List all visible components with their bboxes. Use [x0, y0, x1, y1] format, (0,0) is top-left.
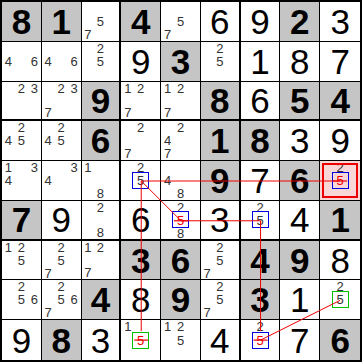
cell-r3c7[interactable]: 6 [241, 82, 281, 122]
candidate-8: 8 [94, 226, 107, 239]
candidate-5: 5 [55, 254, 68, 267]
candidates: 48 [161, 161, 200, 200]
candidate-2: 2 [174, 320, 187, 333]
solved-digit: 8 [121, 280, 160, 319]
solved-digit: 9 [42, 201, 81, 239]
candidate-5: 5 [174, 214, 187, 227]
candidate-7: 7 [42, 267, 55, 280]
given-digit: 8 [241, 121, 280, 160]
solved-digit: 3 [320, 2, 360, 41]
cell-r5c4[interactable]: 25 [121, 161, 161, 201]
candidates: 34 [42, 161, 81, 200]
cell-r5c1[interactable]: 134 [2, 161, 42, 201]
candidate-2: 2 [213, 42, 226, 55]
cell-r3c8[interactable]: 5 [280, 82, 320, 122]
candidates: 257 [201, 280, 239, 319]
cell-r9c7[interactable]: 25 [241, 320, 281, 360]
cell-r3c4[interactable]: 127 [121, 82, 161, 122]
cell-r7c8[interactable]: 9 [280, 241, 320, 281]
given-digit: 1 [42, 2, 81, 41]
candidate-1: 1 [161, 320, 174, 333]
candidate-2: 2 [134, 121, 147, 134]
cell-r8c6[interactable]: 257 [201, 280, 241, 320]
given-digit: 6 [161, 241, 200, 280]
candidate-5: 5 [174, 333, 187, 346]
candidate-6: 6 [28, 55, 41, 68]
candidate-5: 5 [174, 15, 187, 28]
cell-r5c5[interactable]: 48 [161, 161, 201, 201]
candidates: 237 [42, 82, 81, 120]
cell-r4c1[interactable]: 245 [2, 121, 42, 161]
candidate-5: 5 [254, 214, 267, 227]
cell-r4c7[interactable]: 8 [241, 121, 281, 161]
candidate-1: 1 [82, 241, 95, 254]
cell-r6c3[interactable]: 28 [82, 201, 122, 241]
candidates: 25 [82, 42, 120, 81]
candidate-7: 7 [161, 28, 174, 41]
solved-digit: 8 [280, 42, 319, 81]
cell-r8c5[interactable]: 9 [161, 280, 201, 320]
solved-digit: 3 [82, 320, 120, 360]
cell-r5c9[interactable]: 25 [320, 161, 360, 201]
candidate-4: 4 [42, 134, 55, 147]
candidate-5: 5 [213, 293, 226, 306]
candidate-2: 2 [15, 82, 28, 95]
candidates: 25 [241, 201, 280, 239]
candidate-3: 3 [28, 161, 41, 174]
solved-digit: 3 [280, 121, 319, 160]
candidates: 257 [201, 241, 239, 280]
candidate-8: 8 [174, 187, 187, 200]
candidate-2: 2 [174, 201, 187, 214]
cell-r2c1[interactable]: 46 [2, 42, 42, 82]
cell-r6c8[interactable]: 4 [280, 201, 320, 241]
cell-r7c2[interactable]: 257 [42, 241, 82, 281]
candidate-4: 4 [2, 134, 15, 147]
given-digit: 1 [201, 121, 239, 160]
candidate-3: 3 [68, 82, 81, 95]
candidate-7: 7 [121, 147, 134, 160]
given-digit: 6 [280, 161, 319, 200]
candidate-5: 5 [94, 15, 107, 28]
cell-r9c6[interactable]: 4 [201, 320, 241, 360]
solved-digit: 7 [320, 42, 360, 81]
candidate-2: 2 [94, 201, 107, 214]
cell-r1c5[interactable]: 57 [161, 2, 201, 42]
candidates: 256 [2, 280, 41, 319]
candidate-3: 3 [28, 82, 41, 95]
candidate-5: 5 [213, 254, 226, 267]
cell-r7c6[interactable]: 257 [201, 241, 241, 281]
candidates: 57 [161, 2, 200, 41]
candidates: 25 [320, 161, 360, 200]
candidate-6: 6 [68, 55, 81, 68]
given-digit: 6 [320, 320, 360, 360]
given-digit: 6 [82, 121, 120, 160]
cell-r2c2[interactable]: 46 [42, 42, 82, 82]
cell-r1c7[interactable]: 9 [241, 2, 281, 42]
candidate-1: 1 [2, 241, 15, 254]
cell-r7c4[interactable]: 3 [121, 241, 161, 281]
cell-r6c2[interactable]: 9 [42, 201, 82, 241]
cell-r2c7[interactable]: 1 [241, 42, 281, 82]
solved-digit: 3 [201, 201, 239, 239]
candidate-7: 7 [161, 147, 174, 160]
candidates: 15 [121, 320, 160, 360]
cell-r9c4[interactable]: 15 [121, 320, 161, 360]
cell-r6c9[interactable]: 1 [320, 201, 360, 241]
cell-r2c6[interactable]: 25 [201, 42, 241, 82]
given-digit: 3 [241, 280, 280, 319]
candidates: 245 [42, 121, 81, 160]
given-digit: 4 [241, 241, 280, 280]
candidate-4: 4 [42, 55, 55, 68]
cell-r5c8[interactable]: 6 [280, 161, 320, 201]
cell-r7c3[interactable]: 127 [82, 241, 122, 281]
candidate-5: 5 [55, 293, 68, 306]
cell-r4c2[interactable]: 245 [42, 121, 82, 161]
cell-r4c3[interactable]: 6 [82, 121, 122, 161]
cell-r1c4[interactable]: 4 [121, 2, 161, 42]
given-digit: 4 [82, 280, 120, 319]
given-digit: 8 [201, 82, 239, 120]
candidate-2: 2 [94, 241, 107, 254]
candidate-4: 4 [42, 174, 55, 187]
given-digit: 3 [161, 42, 200, 81]
cell-r3c5[interactable]: 127 [161, 82, 201, 122]
cell-r8c7[interactable]: 3 [241, 280, 281, 320]
cell-r9c3[interactable]: 3 [82, 320, 122, 360]
candidate-1: 1 [161, 82, 174, 95]
cell-r8c4[interactable]: 8 [121, 280, 161, 320]
candidates: 18 [82, 161, 120, 200]
solved-digit: 1 [241, 42, 280, 81]
solved-digit: 7 [280, 320, 319, 360]
candidates: 25 [201, 42, 239, 81]
cell-r6c1[interactable]: 7 [2, 201, 42, 241]
cell-r1c8[interactable]: 2 [280, 2, 320, 42]
candidates: 127 [161, 82, 200, 120]
candidate-2: 2 [94, 42, 107, 55]
candidate-2: 2 [55, 241, 68, 254]
cell-r5c7[interactable]: 7 [241, 161, 281, 201]
candidate-6: 6 [28, 293, 41, 306]
candidates: 134 [2, 161, 41, 200]
candidate-7: 7 [161, 106, 174, 119]
sudoku-grid: 8157457692346462593251872323791271278654… [2, 2, 360, 360]
cell-r2c4[interactable]: 9 [121, 42, 161, 82]
cell-r4c5[interactable]: 247 [161, 121, 201, 161]
solved-digit: 9 [2, 320, 41, 360]
candidate-5: 5 [333, 293, 346, 306]
candidate-7: 7 [82, 266, 95, 279]
solved-digit: 9 [320, 121, 360, 160]
candidate-5: 5 [134, 174, 147, 187]
cell-r7c9[interactable]: 8 [320, 241, 360, 281]
cell-r6c5[interactable]: 258 [161, 201, 201, 241]
cell-r1c1[interactable]: 8 [2, 2, 42, 42]
cell-r4c9[interactable]: 9 [320, 121, 360, 161]
cell-r4c4[interactable]: 27 [121, 121, 161, 161]
given-digit: 4 [121, 2, 160, 41]
cell-r9c1[interactable]: 9 [2, 320, 42, 360]
solved-digit: 4 [280, 201, 319, 239]
candidate-5: 5 [15, 293, 28, 306]
solved-digit: 9 [121, 42, 160, 81]
candidate-5: 5 [134, 333, 147, 346]
candidate-7: 7 [42, 106, 55, 119]
solved-digit: 6 [121, 201, 160, 239]
cell-r5c6[interactable]: 9 [201, 161, 241, 201]
cell-r6c7[interactable]: 25 [241, 201, 281, 241]
cell-r7c5[interactable]: 6 [161, 241, 201, 281]
candidate-2: 2 [55, 82, 68, 95]
candidate-7: 7 [121, 106, 134, 119]
given-digit: 3 [121, 241, 160, 280]
candidate-5: 5 [15, 134, 28, 147]
cell-r6c4[interactable]: 6 [121, 201, 161, 241]
given-digit: 4 [320, 82, 360, 120]
candidates: 127 [121, 82, 160, 120]
candidates: 46 [42, 42, 81, 81]
cell-r9c8[interactable]: 7 [280, 320, 320, 360]
solved-digit: 6 [201, 2, 239, 41]
given-digit: 9 [161, 280, 200, 319]
cell-r1c6[interactable]: 6 [201, 2, 241, 42]
given-digit: 5 [280, 82, 319, 120]
candidates: 247 [161, 121, 200, 160]
given-digit: 8 [42, 320, 81, 360]
cell-r1c2[interactable]: 1 [42, 2, 82, 42]
given-digit: 9 [280, 241, 319, 280]
candidate-5: 5 [333, 174, 346, 187]
candidates: 25 [241, 320, 280, 360]
cell-r8c2[interactable]: 2567 [42, 280, 82, 320]
cell-r9c2[interactable]: 8 [42, 320, 82, 360]
candidate-5: 5 [254, 333, 267, 346]
candidates: 28 [82, 201, 120, 239]
solved-digit: 8 [320, 241, 360, 280]
candidate-2: 2 [15, 241, 28, 254]
candidates: 258 [161, 201, 200, 239]
candidate-2: 2 [174, 121, 187, 134]
cell-r2c9[interactable]: 7 [320, 42, 360, 82]
cell-r2c5[interactable]: 3 [161, 42, 201, 82]
candidate-4: 4 [2, 174, 15, 187]
cell-r9c9[interactable]: 6 [320, 320, 360, 360]
cell-r2c3[interactable]: 25 [82, 42, 122, 82]
candidate-4: 4 [161, 174, 174, 187]
candidate-2: 2 [254, 201, 267, 214]
solved-digit: 7 [241, 161, 280, 200]
candidate-8: 8 [94, 187, 107, 200]
cell-r8c9[interactable]: 25 [320, 280, 360, 320]
cell-r9c5[interactable]: 125 [161, 320, 201, 360]
candidate-3: 3 [68, 161, 81, 174]
given-digit: 2 [280, 2, 319, 41]
given-digit: 9 [201, 161, 239, 200]
solved-digit: 1 [280, 280, 319, 319]
cell-r5c2[interactable]: 34 [42, 161, 82, 201]
candidate-2: 2 [174, 82, 187, 95]
candidate-7: 7 [201, 306, 214, 319]
candidate-8: 8 [174, 227, 187, 240]
candidate-2: 2 [254, 320, 267, 333]
solved-digit: 6 [241, 82, 280, 120]
cell-r8c3[interactable]: 4 [82, 280, 122, 320]
candidate-7: 7 [82, 28, 95, 41]
cell-r8c8[interactable]: 1 [280, 280, 320, 320]
cell-r3c6[interactable]: 8 [201, 82, 241, 122]
candidate-5: 5 [55, 134, 68, 147]
solved-digit: 9 [241, 2, 280, 41]
cell-r8c1[interactable]: 256 [2, 280, 42, 320]
candidate-2: 2 [134, 82, 147, 95]
given-digit: 1 [320, 201, 360, 239]
cell-r4c6[interactable]: 1 [201, 121, 241, 161]
cell-r1c9[interactable]: 3 [320, 2, 360, 42]
given-digit: 8 [2, 2, 41, 41]
candidate-2: 2 [213, 241, 226, 254]
given-digit: 7 [2, 201, 41, 239]
candidate-1: 1 [82, 161, 95, 174]
cell-r3c9[interactable]: 4 [320, 82, 360, 122]
candidates: 125 [2, 241, 41, 280]
cell-r1c3[interactable]: 57 [82, 2, 122, 42]
cell-r7c1[interactable]: 125 [2, 241, 42, 281]
candidate-7: 7 [201, 267, 214, 280]
cell-r5c3[interactable]: 18 [82, 161, 122, 201]
candidate-5: 5 [213, 55, 226, 68]
solved-digit: 4 [201, 320, 239, 360]
cell-r2c8[interactable]: 8 [280, 42, 320, 82]
candidate-1: 1 [121, 82, 134, 95]
cell-r3c2[interactable]: 237 [42, 82, 82, 122]
candidates: 257 [42, 241, 81, 280]
candidate-1: 1 [121, 320, 134, 333]
candidates: 125 [161, 320, 200, 360]
candidate-5: 5 [94, 55, 107, 68]
candidates: 27 [121, 121, 160, 160]
cell-r3c3[interactable]: 9 [82, 82, 122, 122]
cell-r4c8[interactable]: 3 [280, 121, 320, 161]
candidates: 245 [2, 121, 41, 160]
candidates: 25 [320, 280, 360, 319]
candidates: 57 [82, 2, 120, 41]
candidate-7: 7 [42, 306, 55, 319]
candidates: 127 [82, 241, 120, 280]
cell-r6c6[interactable]: 3 [201, 201, 241, 241]
candidates: 23 [2, 82, 41, 120]
candidate-6: 6 [68, 293, 81, 306]
given-digit: 9 [82, 82, 120, 120]
candidate-4: 4 [2, 55, 15, 68]
candidate-5: 5 [15, 254, 28, 267]
candidates: 25 [121, 161, 160, 200]
candidates: 46 [2, 42, 41, 81]
sudoku-board: 8157457692346462593251872323791271278654… [0, 0, 362, 362]
candidates: 2567 [42, 280, 81, 319]
cell-r7c7[interactable]: 4 [241, 241, 281, 281]
cell-r3c1[interactable]: 23 [2, 82, 42, 122]
